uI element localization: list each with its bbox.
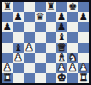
square-c7[interactable] [24, 12, 35, 22]
piece-black-pawn: ♟ [57, 12, 66, 22]
piece-black-rook: ♜ [3, 2, 12, 12]
piece-white-pawn: ♟ [14, 53, 23, 63]
piece-white-pawn: ♟ [57, 63, 66, 73]
square-f6[interactable]: ♟ [56, 22, 67, 32]
square-g3[interactable]: ♞ [67, 53, 78, 63]
square-d1[interactable] [35, 73, 46, 83]
piece-white-pawn: ♟ [68, 63, 77, 73]
square-e1[interactable] [46, 73, 57, 83]
square-g5[interactable] [67, 32, 78, 42]
square-g8[interactable]: ♚ [67, 2, 78, 12]
piece-black-rook: ♜ [46, 2, 55, 12]
square-h3[interactable] [78, 53, 89, 63]
square-b6[interactable] [13, 22, 24, 32]
square-e2[interactable] [46, 63, 57, 73]
square-h8[interactable] [78, 2, 89, 12]
square-e3[interactable] [46, 53, 57, 63]
square-b2[interactable] [13, 63, 24, 73]
square-d6[interactable] [35, 22, 46, 32]
square-c6[interactable] [24, 22, 35, 32]
square-a7[interactable] [2, 12, 13, 22]
square-d4[interactable] [35, 43, 46, 53]
square-d5[interactable] [35, 32, 46, 42]
square-f8[interactable] [56, 2, 67, 12]
piece-white-bishop: ♝ [57, 53, 66, 63]
square-a5[interactable] [2, 32, 13, 42]
piece-white-king: ♚ [57, 73, 66, 83]
square-e4[interactable] [46, 43, 57, 53]
square-d7[interactable]: ♛ [35, 12, 46, 22]
square-a4[interactable] [2, 43, 13, 53]
square-c8[interactable] [24, 2, 35, 12]
piece-black-pawn: ♟ [79, 12, 88, 22]
square-b5[interactable] [13, 32, 24, 42]
square-e5[interactable] [46, 32, 57, 42]
square-h4[interactable] [78, 43, 89, 53]
piece-black-king: ♚ [68, 2, 77, 12]
square-a3[interactable] [2, 53, 13, 63]
square-e6[interactable] [46, 22, 57, 32]
piece-black-pawn: ♟ [14, 12, 23, 22]
square-f5[interactable]: ♝ [56, 32, 67, 42]
piece-black-pawn: ♟ [57, 22, 66, 32]
square-f4[interactable]: ♛ [56, 43, 67, 53]
square-c3[interactable] [24, 53, 35, 63]
chess-board: ♜♜♚♟♛♟♟♟♟♝♝♟♛♟♝♞♟♟♟♟♜♚♜ [0, 0, 91, 85]
piece-white-pawn: ♟ [79, 63, 88, 73]
square-c1[interactable] [24, 73, 35, 83]
square-a6[interactable]: ♟ [2, 22, 13, 32]
square-g1[interactable] [67, 73, 78, 83]
square-g6[interactable] [67, 22, 78, 32]
square-h7[interactable]: ♟ [78, 12, 89, 22]
square-g2[interactable]: ♟ [67, 63, 78, 73]
square-b8[interactable] [13, 2, 24, 12]
square-f2[interactable]: ♟ [56, 63, 67, 73]
piece-white-rook: ♜ [79, 73, 88, 83]
square-h1[interactable]: ♜ [78, 73, 89, 83]
piece-black-bishop: ♝ [14, 43, 23, 53]
piece-black-pawn: ♟ [3, 22, 12, 32]
piece-white-rook: ♜ [3, 73, 12, 83]
square-h5[interactable] [78, 32, 89, 42]
square-a8[interactable]: ♜ [2, 2, 13, 12]
square-b7[interactable]: ♟ [13, 12, 24, 22]
piece-white-pawn: ♟ [3, 63, 12, 73]
square-h2[interactable]: ♟ [78, 63, 89, 73]
square-a1[interactable]: ♜ [2, 73, 13, 83]
square-e8[interactable]: ♜ [46, 2, 57, 12]
square-d2[interactable] [35, 63, 46, 73]
piece-black-bishop: ♝ [57, 32, 66, 42]
chessboard-widget: ♜♜♚♟♛♟♟♟♟♝♝♟♛♟♝♞♟♟♟♟♜♚♜ [0, 0, 91, 85]
square-g7[interactable] [67, 12, 78, 22]
square-d3[interactable] [35, 53, 46, 63]
square-f7[interactable]: ♟ [56, 12, 67, 22]
piece-black-queen: ♛ [36, 12, 45, 22]
square-b1[interactable] [13, 73, 24, 83]
square-b4[interactable]: ♝ [13, 43, 24, 53]
square-f1[interactable]: ♚ [56, 73, 67, 83]
square-b3[interactable]: ♟ [13, 53, 24, 63]
square-c4[interactable]: ♟ [24, 43, 35, 53]
square-c5[interactable] [24, 32, 35, 42]
piece-white-knight: ♞ [68, 53, 77, 63]
square-c2[interactable] [24, 63, 35, 73]
square-e7[interactable] [46, 12, 57, 22]
square-g4[interactable] [67, 43, 78, 53]
piece-white-queen: ♛ [57, 43, 66, 53]
square-h6[interactable] [78, 22, 89, 32]
square-a2[interactable]: ♟ [2, 63, 13, 73]
square-d8[interactable] [35, 2, 46, 12]
piece-white-pawn: ♟ [25, 43, 34, 53]
square-f3[interactable]: ♝ [56, 53, 67, 63]
